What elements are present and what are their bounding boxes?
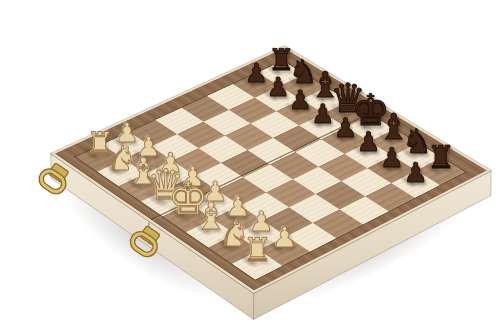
piece-white-pawn[interactable]: ♟	[272, 224, 297, 252]
product-photo-scene: ♜♞♝♛♚♝♞♜♟♟♟♟♟♟♟♟♟♟♟♟♟♟♟♟♜♞♝♛♚♝♞♜	[0, 0, 500, 333]
piece-black-pawn[interactable]: ♟	[267, 74, 290, 100]
piece-black-rook[interactable]: ♜	[427, 142, 455, 173]
rook-glyph: ♜	[243, 234, 272, 267]
pawn-glyph: ♟	[267, 74, 290, 100]
piece-black-pawn[interactable]: ♟	[289, 87, 313, 113]
pawn-glyph: ♟	[403, 158, 427, 185]
piece-white-rook[interactable]: ♜	[243, 234, 272, 267]
pawn-glyph: ♟	[245, 60, 268, 86]
pawn-glyph: ♟	[272, 224, 297, 252]
piece-black-pawn[interactable]: ♟	[245, 60, 268, 86]
piece-black-pawn[interactable]: ♟	[311, 101, 335, 127]
piece-black-pawn[interactable]: ♟	[403, 158, 427, 185]
pawn-glyph: ♟	[289, 87, 313, 113]
pawn-glyph: ♟	[380, 143, 404, 170]
pawn-glyph: ♟	[334, 115, 358, 142]
pawn-glyph: ♟	[311, 101, 335, 127]
pawn-glyph: ♟	[357, 129, 381, 156]
piece-black-pawn[interactable]: ♟	[357, 129, 381, 156]
piece-black-pawn[interactable]: ♟	[334, 115, 358, 142]
piece-black-pawn[interactable]: ♟	[380, 143, 404, 170]
rook-glyph: ♜	[427, 142, 455, 173]
